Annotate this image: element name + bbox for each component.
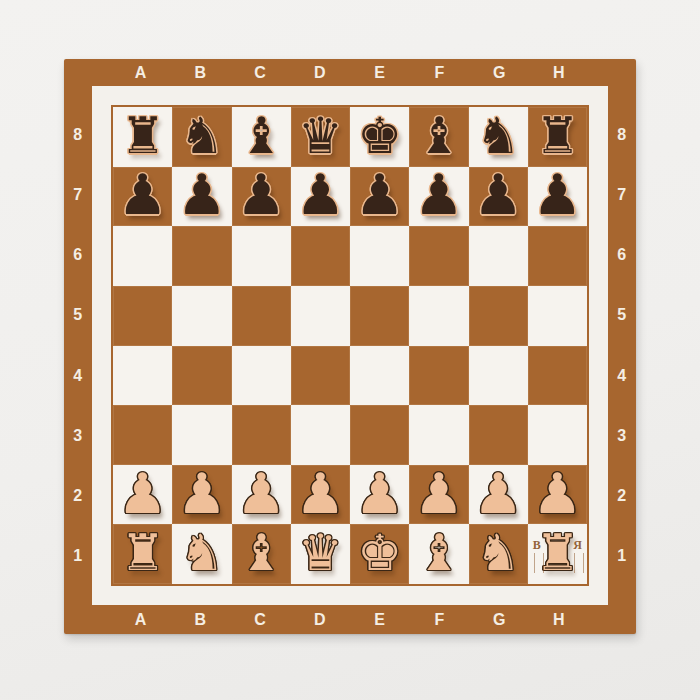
piece-black-pawn[interactable]: ♟ (473, 167, 523, 223)
file-label-top-e: E (350, 59, 410, 86)
square-g2[interactable]: ♟ (469, 465, 528, 525)
piece-black-knight[interactable]: ♞ (476, 111, 521, 161)
piece-black-pawn[interactable]: ♟ (532, 167, 582, 223)
piece-white-pawn[interactable]: ♟ (473, 466, 523, 522)
piece-white-pawn[interactable]: ♟ (236, 466, 286, 522)
square-e7[interactable]: ♟ (350, 167, 409, 227)
square-e8[interactable]: ♚ (350, 107, 409, 167)
piece-black-pawn[interactable]: ♟ (118, 167, 168, 223)
piece-white-pawn[interactable]: ♟ (295, 466, 345, 522)
rank-label-left-7: 7 (64, 165, 92, 225)
square-c8[interactable]: ♝ (232, 107, 291, 167)
rank-label-left-6: 6 (64, 225, 92, 285)
piece-black-king[interactable]: ♚ (357, 111, 402, 161)
rank-labels-right: 87654321 (608, 105, 636, 586)
piece-white-bishop[interactable]: ♝ (416, 528, 461, 578)
square-g8[interactable]: ♞ (469, 107, 528, 167)
square-d4[interactable] (291, 346, 350, 406)
piece-white-pawn[interactable]: ♟ (414, 466, 464, 522)
file-label-bottom-c: C (231, 605, 291, 634)
rank-label-right-1: 1 (608, 526, 636, 586)
rank-label-right-6: 6 (608, 225, 636, 285)
piece-black-pawn[interactable]: ♟ (236, 167, 286, 223)
square-d1[interactable]: ♛ (291, 524, 350, 584)
file-labels-top: ABCDEFGH (111, 59, 589, 86)
square-a1[interactable]: ♜ (113, 524, 172, 584)
square-e6[interactable] (350, 226, 409, 286)
piece-white-knight[interactable]: ♞ (179, 528, 224, 578)
piece-white-bishop[interactable]: ♝ (239, 528, 284, 578)
rank-label-left-8: 8 (64, 105, 92, 165)
square-h1[interactable]: ВЯ♜ (528, 524, 587, 584)
square-a7[interactable]: ♟ (113, 167, 172, 227)
piece-black-bishop[interactable]: ♝ (416, 111, 461, 161)
square-a4[interactable] (113, 346, 172, 406)
square-d6[interactable] (291, 226, 350, 286)
piece-white-pawn[interactable]: ♟ (355, 466, 405, 522)
rank-label-right-3: 3 (608, 406, 636, 466)
square-f7[interactable]: ♟ (409, 167, 468, 227)
square-d2[interactable]: ♟ (291, 465, 350, 525)
square-b5[interactable] (172, 286, 231, 346)
file-label-top-h: H (529, 59, 589, 86)
square-d8[interactable]: ♛ (291, 107, 350, 167)
piece-black-queen[interactable]: ♛ (298, 111, 343, 161)
piece-white-pawn[interactable]: ♟ (532, 466, 582, 522)
square-h8[interactable]: ♜ (528, 107, 587, 167)
square-g1[interactable]: ♞ (469, 524, 528, 584)
rank-label-right-2: 2 (608, 466, 636, 526)
rank-label-left-2: 2 (64, 466, 92, 526)
chessboard: ABCDEFGH ABCDEFGH 87654321 87654321 ♜♞♝♛… (64, 59, 636, 634)
square-f1[interactable]: ♝ (409, 524, 468, 584)
square-h6[interactable] (528, 226, 587, 286)
file-label-bottom-h: H (529, 605, 589, 634)
piece-white-knight[interactable]: ♞ (476, 528, 521, 578)
board-field: ♜♞♝♛♚♝♞♜♟♟♟♟♟♟♟♟♟♟♟♟♟♟♟♟♜♞♝♛♚♝♞ВЯ♜ (111, 105, 589, 586)
file-label-bottom-d: D (290, 605, 350, 634)
square-c1[interactable]: ♝ (232, 524, 291, 584)
square-c5[interactable] (232, 286, 291, 346)
square-c7[interactable]: ♟ (232, 167, 291, 227)
square-h4[interactable] (528, 346, 587, 406)
piece-black-pawn[interactable]: ♟ (177, 167, 227, 223)
square-a6[interactable] (113, 226, 172, 286)
file-label-top-c: C (231, 59, 291, 86)
piece-black-rook[interactable]: ♜ (535, 111, 580, 161)
file-label-top-b: B (171, 59, 231, 86)
square-b3[interactable] (172, 405, 231, 465)
square-c4[interactable] (232, 346, 291, 406)
rank-label-left-4: 4 (64, 346, 92, 406)
rank-label-left-1: 1 (64, 526, 92, 586)
rank-label-right-4: 4 (608, 346, 636, 406)
square-e2[interactable]: ♟ (350, 465, 409, 525)
square-e3[interactable] (350, 405, 409, 465)
rank-label-right-8: 8 (608, 105, 636, 165)
square-f4[interactable] (409, 346, 468, 406)
piece-black-rook[interactable]: ♜ (120, 111, 165, 161)
file-label-top-d: D (290, 59, 350, 86)
rank-label-right-5: 5 (608, 285, 636, 345)
file-label-bottom-a: A (111, 605, 171, 634)
square-g6[interactable] (469, 226, 528, 286)
square-b2[interactable]: ♟ (172, 465, 231, 525)
file-label-bottom-g: G (470, 605, 530, 634)
piece-white-king[interactable]: ♚ (357, 528, 402, 578)
square-h3[interactable] (528, 405, 587, 465)
square-e5[interactable] (350, 286, 409, 346)
square-c6[interactable] (232, 226, 291, 286)
h1-monogram-left: В (533, 538, 541, 553)
square-a5[interactable] (113, 286, 172, 346)
square-b7[interactable]: ♟ (172, 167, 231, 227)
square-g7[interactable]: ♟ (469, 167, 528, 227)
square-b4[interactable] (172, 346, 231, 406)
file-label-top-f: F (410, 59, 470, 86)
square-f6[interactable] (409, 226, 468, 286)
piece-black-bishop[interactable]: ♝ (239, 111, 284, 161)
file-label-top-a: A (111, 59, 171, 86)
square-e4[interactable] (350, 346, 409, 406)
file-label-top-g: G (470, 59, 530, 86)
square-b1[interactable]: ♞ (172, 524, 231, 584)
file-label-bottom-f: F (410, 605, 470, 634)
square-h5[interactable] (528, 286, 587, 346)
square-g4[interactable] (469, 346, 528, 406)
square-c2[interactable]: ♟ (232, 465, 291, 525)
piece-black-pawn[interactable]: ♟ (355, 167, 405, 223)
square-a8[interactable]: ♜ (113, 107, 172, 167)
square-a2[interactable]: ♟ (113, 465, 172, 525)
square-g5[interactable] (469, 286, 528, 346)
square-a3[interactable] (113, 405, 172, 465)
square-f8[interactable]: ♝ (409, 107, 468, 167)
file-labels-bottom: ABCDEFGH (111, 605, 589, 634)
rank-labels-left: 87654321 (64, 105, 92, 586)
h1-monogram-right: Я (573, 538, 582, 553)
square-c3[interactable] (232, 405, 291, 465)
rank-label-right-7: 7 (608, 165, 636, 225)
square-f3[interactable] (409, 405, 468, 465)
square-f2[interactable]: ♟ (409, 465, 468, 525)
square-d3[interactable] (291, 405, 350, 465)
piece-black-pawn[interactable]: ♟ (295, 167, 345, 223)
file-label-bottom-e: E (350, 605, 410, 634)
piece-black-pawn[interactable]: ♟ (414, 167, 464, 223)
square-d7[interactable]: ♟ (291, 167, 350, 227)
square-g3[interactable] (469, 405, 528, 465)
rank-label-left-5: 5 (64, 285, 92, 345)
piece-white-pawn[interactable]: ♟ (177, 466, 227, 522)
square-d5[interactable] (291, 286, 350, 346)
piece-white-rook[interactable]: ♜ (120, 528, 165, 578)
rank-label-left-3: 3 (64, 406, 92, 466)
square-e1[interactable]: ♚ (350, 524, 409, 584)
piece-black-knight[interactable]: ♞ (179, 111, 224, 161)
square-f5[interactable] (409, 286, 468, 346)
file-label-bottom-b: B (171, 605, 231, 634)
piece-white-queen[interactable]: ♛ (298, 528, 343, 578)
square-h7[interactable]: ♟ (528, 167, 587, 227)
square-b6[interactable] (172, 226, 231, 286)
square-b8[interactable]: ♞ (172, 107, 231, 167)
piece-white-pawn[interactable]: ♟ (118, 466, 168, 522)
square-h2[interactable]: ♟ (528, 465, 587, 525)
